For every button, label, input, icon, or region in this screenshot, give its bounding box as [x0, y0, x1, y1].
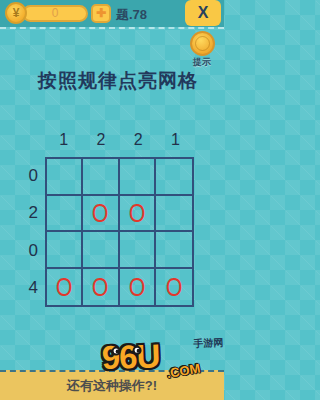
page-title: 按照规律点亮网格 [0, 68, 224, 94]
grid-cell-r3c2[interactable] [83, 232, 119, 269]
cell-mark: O [92, 200, 109, 226]
grid-cell-r1c3[interactable] [120, 159, 156, 196]
row-clue-1: 0 [6, 157, 38, 195]
cell-mark: O [92, 274, 109, 300]
grid-cell-r2c4[interactable] [156, 196, 192, 233]
col-clue-3: 2 [120, 131, 157, 149]
logo-tagline: 手游网 [193, 336, 223, 351]
add-coins-button[interactable]: ✚ [91, 4, 111, 23]
grid-cell-r1c1[interactable] [47, 159, 83, 196]
coin-count: 0 [22, 5, 88, 22]
puzzle-grid: O O O O O O [45, 157, 194, 307]
cell-mark: O [166, 274, 183, 300]
col-clue-2: 2 [82, 131, 119, 149]
row-clue-3: 0 [6, 232, 38, 270]
grid-cell-r1c4[interactable] [156, 159, 192, 196]
topbar-dashed-divider [0, 27, 224, 29]
grid-cell-r3c3[interactable] [120, 232, 156, 269]
cell-mark: O [56, 274, 73, 300]
grid-cell-r4c4[interactable]: O [156, 269, 192, 306]
cell-mark: O [128, 200, 145, 226]
96u-watermark-logo: 96U .COM 手游网 [101, 335, 223, 387]
grid-cell-r3c1[interactable] [47, 232, 83, 269]
grid-cell-r1c2[interactable] [83, 159, 119, 196]
hint-button[interactable]: 提示 [187, 31, 217, 67]
grid-cell-r2c1[interactable] [47, 196, 83, 233]
grid-cell-r3c4[interactable] [156, 232, 192, 269]
grid-cell-r4c1[interactable]: O [47, 269, 83, 306]
cell-mark: O [128, 274, 145, 300]
row-clue-2: 2 [6, 195, 38, 233]
row-clues: 0 2 0 4 [6, 157, 38, 307]
grid-cell-r2c2[interactable]: O [83, 196, 119, 233]
coin-icon: ¥ [5, 2, 27, 24]
level-label: 题.78 [116, 6, 147, 24]
grid-cell-r4c3[interactable]: O [120, 269, 156, 306]
logo-text: 96U [101, 337, 160, 377]
hint-coin-icon [190, 31, 215, 56]
grid-cell-r4c2[interactable]: O [83, 269, 119, 306]
column-clues: 1 2 2 1 [45, 131, 194, 149]
grid-cell-r2c3[interactable]: O [120, 196, 156, 233]
col-clue-4: 1 [157, 131, 194, 149]
col-clue-1: 1 [45, 131, 82, 149]
logo-com-text: .COM [165, 360, 201, 381]
row-clue-4: 4 [6, 270, 38, 308]
close-button[interactable]: X [185, 0, 221, 26]
